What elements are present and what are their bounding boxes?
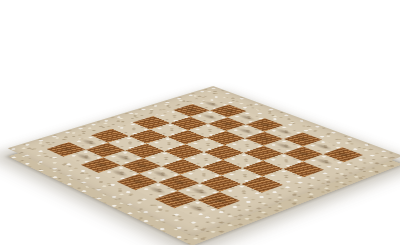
chess-board: ♜♞♝♛♚♝♞♜♟♟♟♟♟♟♟♟♟♟♟♟♟♟♟♟♜♞♝♛♚♝♞♜ xyxy=(8,86,400,236)
piece-white-rook[interactable]: ♜ xyxy=(176,138,212,219)
board-perspective-wrap: ♜♞♝♛♚♝♞♜♟♟♟♟♟♟♟♟♟♟♟♟♟♟♟♟♜♞♝♛♚♝♞♜ xyxy=(64,12,344,245)
chess-set-photo: ♜♞♝♛♚♝♞♜♟♟♟♟♟♟♟♟♟♟♟♟♟♟♟♟♜♞♝♛♚♝♞♜ xyxy=(0,0,400,245)
piece-black-pawn[interactable]: ♟ xyxy=(308,108,336,170)
board-grid: ♜♞♝♛♚♝♞♜♟♟♟♟♟♟♟♟♟♟♟♟♟♟♟♟♜♞♝♛♚♝♞♜ xyxy=(47,98,363,218)
